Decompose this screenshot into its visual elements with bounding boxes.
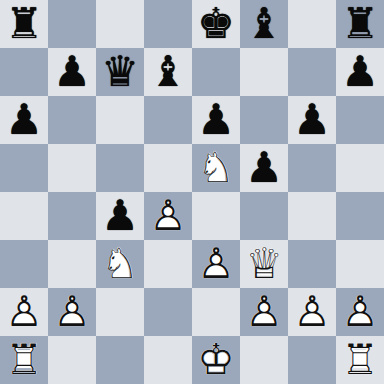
piece-black-king[interactable]: ♚	[197, 0, 235, 48]
piece-black-pawn[interactable]: ♟	[293, 96, 331, 144]
square-a2[interactable]: ♙	[0, 288, 48, 336]
chess-board: ♜♚♝♜♟♛♝♟♟♟♟♘♟♟♙♘♙♕♙♙♙♙♙♖♔♖	[0, 0, 384, 384]
square-b7[interactable]: ♟	[48, 48, 96, 96]
piece-white-knight[interactable]: ♘	[197, 144, 235, 192]
square-a1[interactable]: ♖	[0, 336, 48, 384]
square-f8[interactable]: ♝	[240, 0, 288, 48]
square-h7[interactable]: ♟	[336, 48, 384, 96]
piece-black-rook[interactable]: ♜	[341, 0, 379, 48]
square-a6[interactable]: ♟	[0, 96, 48, 144]
square-h4[interactable]	[336, 192, 384, 240]
square-a4[interactable]	[0, 192, 48, 240]
piece-black-pawn[interactable]: ♟	[5, 96, 43, 144]
piece-white-pawn[interactable]: ♙	[341, 288, 379, 336]
square-a7[interactable]	[0, 48, 48, 96]
square-h6[interactable]	[336, 96, 384, 144]
piece-white-rook[interactable]: ♖	[5, 336, 43, 384]
square-c4[interactable]: ♟	[96, 192, 144, 240]
square-a3[interactable]	[0, 240, 48, 288]
piece-white-pawn[interactable]: ♙	[5, 288, 43, 336]
square-b2[interactable]: ♙	[48, 288, 96, 336]
square-d2[interactable]	[144, 288, 192, 336]
square-a5[interactable]	[0, 144, 48, 192]
square-g7[interactable]	[288, 48, 336, 96]
square-b6[interactable]	[48, 96, 96, 144]
square-d7[interactable]: ♝	[144, 48, 192, 96]
square-e5[interactable]: ♘	[192, 144, 240, 192]
square-a8[interactable]: ♜	[0, 0, 48, 48]
piece-black-pawn[interactable]: ♟	[197, 96, 235, 144]
piece-white-pawn[interactable]: ♙	[149, 192, 187, 240]
square-h1[interactable]: ♖	[336, 336, 384, 384]
square-e3[interactable]: ♙	[192, 240, 240, 288]
square-h3[interactable]	[336, 240, 384, 288]
piece-black-bishop[interactable]: ♝	[245, 0, 283, 48]
square-b1[interactable]	[48, 336, 96, 384]
piece-black-pawn[interactable]: ♟	[245, 144, 283, 192]
square-e1[interactable]: ♔	[192, 336, 240, 384]
square-b8[interactable]	[48, 0, 96, 48]
square-d6[interactable]	[144, 96, 192, 144]
square-e4[interactable]	[192, 192, 240, 240]
square-g4[interactable]	[288, 192, 336, 240]
square-f4[interactable]	[240, 192, 288, 240]
piece-black-queen[interactable]: ♛	[101, 48, 139, 96]
square-g8[interactable]	[288, 0, 336, 48]
square-h8[interactable]: ♜	[336, 0, 384, 48]
square-d8[interactable]	[144, 0, 192, 48]
square-g1[interactable]	[288, 336, 336, 384]
piece-white-pawn[interactable]: ♙	[293, 288, 331, 336]
piece-black-rook[interactable]: ♜	[5, 0, 43, 48]
square-b5[interactable]	[48, 144, 96, 192]
square-d1[interactable]	[144, 336, 192, 384]
square-f5[interactable]: ♟	[240, 144, 288, 192]
square-c2[interactable]	[96, 288, 144, 336]
piece-black-bishop[interactable]: ♝	[149, 48, 187, 96]
square-d5[interactable]	[144, 144, 192, 192]
square-f1[interactable]	[240, 336, 288, 384]
square-f3[interactable]: ♕	[240, 240, 288, 288]
square-g6[interactable]: ♟	[288, 96, 336, 144]
square-e2[interactable]	[192, 288, 240, 336]
square-c8[interactable]	[96, 0, 144, 48]
square-c6[interactable]	[96, 96, 144, 144]
piece-white-king[interactable]: ♔	[197, 336, 235, 384]
square-e6[interactable]: ♟	[192, 96, 240, 144]
piece-black-pawn[interactable]: ♟	[101, 192, 139, 240]
square-f6[interactable]	[240, 96, 288, 144]
square-d3[interactable]	[144, 240, 192, 288]
square-f2[interactable]: ♙	[240, 288, 288, 336]
square-h5[interactable]	[336, 144, 384, 192]
square-g5[interactable]	[288, 144, 336, 192]
square-g3[interactable]	[288, 240, 336, 288]
square-f7[interactable]	[240, 48, 288, 96]
square-b4[interactable]	[48, 192, 96, 240]
square-e7[interactable]	[192, 48, 240, 96]
piece-white-queen[interactable]: ♕	[245, 240, 283, 288]
square-b3[interactable]	[48, 240, 96, 288]
piece-black-pawn[interactable]: ♟	[341, 48, 379, 96]
square-e8[interactable]: ♚	[192, 0, 240, 48]
square-h2[interactable]: ♙	[336, 288, 384, 336]
square-c5[interactable]	[96, 144, 144, 192]
square-d4[interactable]: ♙	[144, 192, 192, 240]
square-c1[interactable]	[96, 336, 144, 384]
piece-white-knight[interactable]: ♘	[101, 240, 139, 288]
square-g2[interactable]: ♙	[288, 288, 336, 336]
piece-white-pawn[interactable]: ♙	[245, 288, 283, 336]
piece-white-rook[interactable]: ♖	[341, 336, 379, 384]
piece-white-pawn[interactable]: ♙	[197, 240, 235, 288]
piece-black-pawn[interactable]: ♟	[53, 48, 91, 96]
piece-white-pawn[interactable]: ♙	[53, 288, 91, 336]
square-c3[interactable]: ♘	[96, 240, 144, 288]
square-c7[interactable]: ♛	[96, 48, 144, 96]
chess-board-wrap: ♜♚♝♜♟♛♝♟♟♟♟♘♟♟♙♘♙♕♙♙♙♙♙♖♔♖	[0, 0, 384, 384]
